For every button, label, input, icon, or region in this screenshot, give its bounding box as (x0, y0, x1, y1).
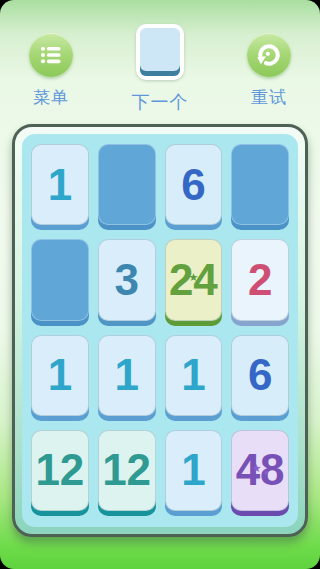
next-tile-frame (136, 24, 184, 80)
next-tile-facedown (140, 28, 180, 76)
tile-facedown[interactable] (31, 239, 89, 320)
retry-button[interactable]: 重试 (240, 33, 298, 109)
retry-label: 重试 (251, 86, 287, 109)
game-screen: 菜单 下一个 重试 (0, 0, 320, 569)
tile-6[interactable]: 6 (231, 335, 289, 416)
star-badges: ★★ (232, 435, 288, 479)
menu-button[interactable]: 菜单 (22, 33, 80, 109)
tile-12[interactable]: 12 (31, 430, 89, 511)
tile-value: 6 (181, 163, 205, 207)
tile-value: 12 (35, 448, 84, 492)
tile-48[interactable]: ★★48 (231, 430, 289, 511)
tile-2[interactable]: 2 (231, 239, 289, 320)
star-icon: ★ (188, 272, 198, 283)
tile-value: 1 (48, 353, 72, 397)
tile-1[interactable]: 1 (165, 335, 223, 416)
tile-facedown[interactable] (98, 144, 156, 225)
next-label: 下一个 (132, 90, 189, 114)
tile-value: 12 (102, 448, 151, 492)
tile-1[interactable]: 1 (31, 335, 89, 416)
tile-6[interactable]: 6 (165, 144, 223, 225)
tile-1[interactable]: 1 (98, 335, 156, 416)
tile-12[interactable]: 12 (98, 430, 156, 511)
retry-circular-arrow-icon (255, 41, 283, 69)
menu-button-circle[interactable] (29, 33, 73, 77)
tile-24[interactable]: ★24 (165, 239, 223, 320)
tile-value: 1 (181, 448, 205, 492)
tile-1[interactable]: 1 (165, 430, 223, 511)
next-tile-preview: 下一个 (132, 24, 189, 114)
tile-value: 1 (114, 353, 138, 397)
tile-facedown[interactable] (231, 144, 289, 225)
tile-value: 1 (48, 163, 72, 207)
menu-list-icon (38, 42, 64, 68)
tile-value: 3 (114, 258, 138, 302)
menu-label: 菜单 (33, 86, 69, 109)
tile-value: 6 (248, 353, 272, 397)
retry-button-circle[interactable] (247, 33, 291, 77)
board-frame: 163★242111612121★★48 (12, 124, 308, 537)
star-icon: ★ (252, 463, 262, 474)
tile-value: 2 (248, 258, 272, 302)
board[interactable]: 163★242111612121★★48 (22, 134, 298, 527)
tile-1[interactable]: 1 (31, 144, 89, 225)
star-icon: ★ (262, 469, 269, 477)
tile-3[interactable]: 3 (98, 239, 156, 320)
tile-value: 1 (181, 353, 205, 397)
top-bar: 菜单 下一个 重试 (0, 0, 320, 124)
star-badges: ★ (166, 244, 222, 288)
